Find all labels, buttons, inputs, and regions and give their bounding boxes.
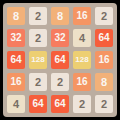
- game-2048-board[interactable]: 8281623223246464128641281616221684646422: [3, 3, 117, 117]
- tile-r4c5-8: 8: [95, 73, 113, 91]
- tile-r2c1-32: 32: [7, 29, 25, 47]
- tile-r3c2-128: 128: [29, 51, 47, 69]
- tile-r4c3-2: 2: [51, 73, 69, 91]
- tile-r5c3-64: 64: [51, 95, 69, 113]
- tile-r5c1-4: 4: [7, 95, 25, 113]
- tile-r5c5-2: 2: [95, 95, 113, 113]
- tile-r5c2-64: 64: [29, 95, 47, 113]
- tile-r2c5-64: 64: [95, 29, 113, 47]
- tile-r5c4-2: 2: [73, 95, 91, 113]
- tile-grid: 8281623223246464128641281616221684646422: [7, 7, 113, 113]
- tile-r4c4-16: 16: [73, 73, 91, 91]
- tile-r2c4-4: 4: [73, 29, 91, 47]
- tile-r1c4-16: 16: [73, 7, 91, 25]
- tile-r1c2-2: 2: [29, 7, 47, 25]
- tile-r3c1-64: 64: [7, 51, 25, 69]
- tile-r2c2-2: 2: [29, 29, 47, 47]
- tile-r1c1-8: 8: [7, 7, 25, 25]
- tile-r3c4-128: 128: [73, 51, 91, 69]
- tile-r4c2-2: 2: [29, 73, 47, 91]
- tile-r1c5-2: 2: [95, 7, 113, 25]
- tile-r3c3-64: 64: [51, 51, 69, 69]
- tile-r4c1-16: 16: [7, 73, 25, 91]
- tile-r3c5-16: 16: [95, 51, 113, 69]
- tile-r2c3-32: 32: [51, 29, 69, 47]
- tile-r1c3-8: 8: [51, 7, 69, 25]
- screenshot-background: 8281623223246464128641281616221684646422: [0, 0, 120, 120]
